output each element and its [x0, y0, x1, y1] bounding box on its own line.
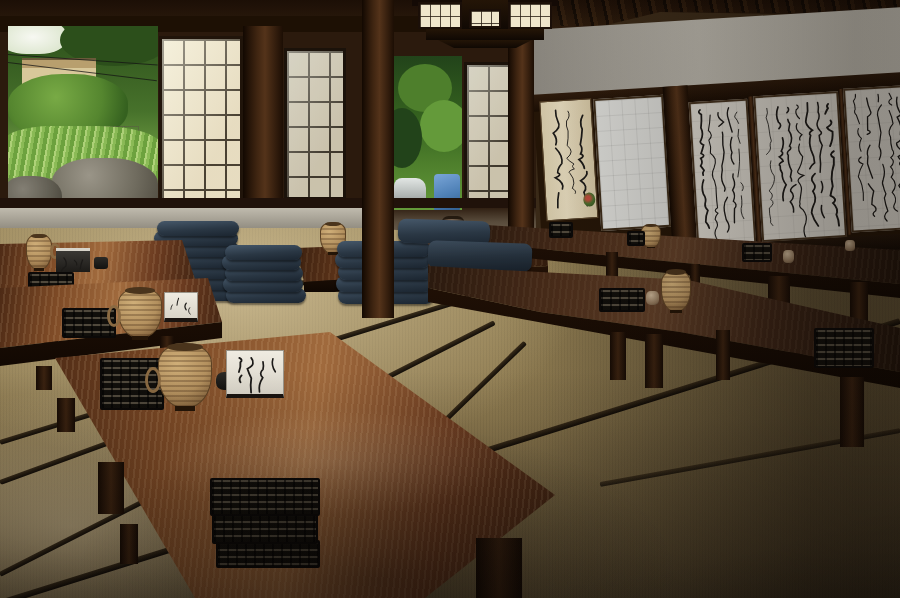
teacup	[845, 240, 855, 251]
shoji-screen-3	[464, 62, 514, 204]
straw-jug	[661, 270, 691, 312]
lantern-paper-panel	[508, 2, 552, 29]
lattice-tray	[210, 478, 320, 516]
straw-mug	[26, 234, 52, 270]
window-mullion	[243, 26, 283, 216]
jug-handle	[107, 305, 121, 327]
menu-holder	[56, 248, 90, 272]
table-leg	[645, 334, 663, 388]
shoji-screen-2	[284, 48, 346, 200]
calligraphy-panel-3	[843, 85, 900, 233]
shoji-door-blank	[593, 95, 671, 231]
lantern-base	[426, 29, 544, 40]
cushion	[225, 245, 302, 260]
table-leg	[610, 332, 626, 380]
lattice-tray	[212, 512, 318, 544]
lattice-box	[814, 328, 874, 368]
lattice-box	[627, 231, 645, 246]
lantern-paper-panel	[469, 9, 501, 28]
garden-window-1	[8, 26, 158, 216]
teacup	[646, 291, 659, 305]
table-leg	[840, 377, 864, 447]
tree-foliage-dark	[392, 108, 422, 168]
lantern-finial	[438, 40, 532, 48]
table-leg	[476, 538, 522, 598]
lattice-box	[549, 222, 573, 238]
table-leg	[120, 524, 138, 564]
hanging-lantern	[412, 0, 558, 52]
shoji-screen-1	[159, 36, 243, 204]
straw-jug	[158, 344, 212, 408]
menu-stand	[226, 350, 284, 398]
table-leg	[716, 330, 730, 380]
tatami-dining-room-photo	[0, 0, 900, 598]
center-post	[362, 0, 394, 318]
tree-foliage	[420, 100, 462, 152]
small-pot	[94, 257, 108, 269]
sky-patch	[8, 26, 66, 54]
lantern-paper-panel	[418, 2, 462, 29]
table-leg	[57, 398, 75, 432]
garden-window-2	[392, 56, 462, 210]
lattice-box	[599, 288, 645, 312]
menu-stand	[164, 292, 198, 322]
window-bottom-rail	[0, 198, 536, 208]
table-leg	[98, 462, 124, 514]
lattice-tray	[216, 540, 320, 568]
jug-handle	[145, 367, 161, 393]
